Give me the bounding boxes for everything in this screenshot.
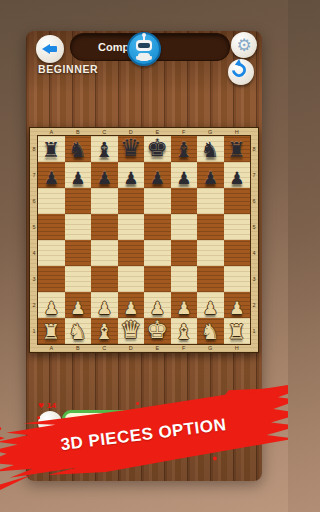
white-rook-piece: ♜ [38,321,65,343]
square-h5[interactable] [224,214,251,240]
square-g7[interactable]: ♟ [197,162,224,188]
square-e5[interactable] [144,214,171,240]
square-c8[interactable]: ♝ [91,136,118,162]
square-b3[interactable] [65,266,92,292]
black-pawn-piece: ♟ [118,169,145,187]
square-g4[interactable] [197,240,224,266]
square-e7[interactable]: ♟ [144,162,171,188]
square-a4[interactable] [38,240,65,266]
difficulty-label: BEGINNER [38,63,98,75]
square-e1[interactable]: ♚ [144,318,171,344]
file-label: A [38,344,65,352]
white-pawn-piece: ♟ [171,299,198,317]
robot-visor [138,43,150,48]
file-label: C [91,128,118,136]
square-b7[interactable]: ♟ [65,162,92,188]
file-label: D [118,344,145,352]
square-c4[interactable] [91,240,118,266]
square-d7[interactable]: ♟ [118,162,145,188]
opponent-label: Computer [71,34,177,60]
square-b8[interactable]: ♞ [65,136,92,162]
black-pawn-piece: ♟ [91,169,118,187]
board-grid: ♜♞♝♛♚♝♞♜♟♟♟♟♟♟♟♟♟♟♟♟♟♟♟♟♜♞♝♛♚♝♞♜ [38,136,250,344]
square-h6[interactable] [224,188,251,214]
white-pawn-piece: ♟ [118,299,145,317]
square-a3[interactable] [38,266,65,292]
file-label: H [224,344,251,352]
white-pawn-piece: ♟ [197,299,224,317]
square-h1[interactable]: ♜ [224,318,251,344]
file-label: C [91,344,118,352]
chess-board: ABCDEFGH ABCDEFGH 87654321 87654321 ♜♞♝♛… [29,127,259,353]
rank-label: 4 [30,240,38,266]
rank-label: 3 [250,266,258,292]
square-h3[interactable] [224,266,251,292]
white-king-piece: ♚ [144,318,171,343]
file-label: B [65,128,92,136]
square-d5[interactable] [118,214,145,240]
settings-button[interactable]: ⚙ [231,32,257,58]
square-c2[interactable]: ♟ [91,292,118,318]
rank-label: 8 [250,136,258,162]
rank-label: 6 [250,188,258,214]
file-label: G [197,128,224,136]
white-knight-piece: ♞ [65,321,92,343]
square-d1[interactable]: ♛ [118,318,145,344]
square-c7[interactable]: ♟ [91,162,118,188]
rank-label: 7 [250,162,258,188]
square-b4[interactable] [65,240,92,266]
black-queen-piece: ♛ [118,136,145,161]
square-g3[interactable] [197,266,224,292]
square-a5[interactable] [38,214,65,240]
white-knight-piece: ♞ [197,321,224,343]
rank-label: 8 [30,136,38,162]
rank-label: 5 [250,214,258,240]
square-b6[interactable] [65,188,92,214]
white-pawn-piece: ♟ [38,299,65,317]
square-g6[interactable] [197,188,224,214]
square-c6[interactable] [91,188,118,214]
file-label: B [65,344,92,352]
white-bishop-piece: ♝ [91,321,118,343]
file-label: E [144,344,171,352]
square-f5[interactable] [171,214,198,240]
square-d3[interactable] [118,266,145,292]
black-pawn-piece: ♟ [197,169,224,187]
square-f8[interactable]: ♝ [171,136,198,162]
square-e8[interactable]: ♚ [144,136,171,162]
square-b5[interactable] [65,214,92,240]
square-a2[interactable]: ♟ [38,292,65,318]
heart-icon: ♥ [38,402,44,410]
black-knight-piece: ♞ [65,139,92,161]
rank-labels-left: 87654321 [30,136,38,344]
black-bishop-piece: ♝ [171,139,198,161]
square-e3[interactable] [144,266,171,292]
back-button[interactable] [36,35,64,63]
file-label: F [171,128,198,136]
black-rook-piece: ♜ [224,139,251,161]
square-e4[interactable] [144,240,171,266]
file-label: H [224,128,251,136]
square-g8[interactable]: ♞ [197,136,224,162]
black-knight-piece: ♞ [197,139,224,161]
square-a1[interactable]: ♜ [38,318,65,344]
robot-head [136,40,152,51]
black-pawn-piece: ♟ [224,169,251,187]
reset-button[interactable] [228,59,254,85]
rank-label: 2 [250,292,258,318]
square-d2[interactable]: ♟ [118,292,145,318]
square-a7[interactable]: ♟ [38,162,65,188]
rank-label: 1 [250,318,258,344]
black-pawn-piece: ♟ [171,169,198,187]
black-pawn-piece: ♟ [65,169,92,187]
square-c5[interactable] [91,214,118,240]
reset-icon [229,60,249,80]
rank-labels-right: 87654321 [250,136,258,344]
square-g5[interactable] [197,214,224,240]
rank-label: 1 [30,318,38,344]
file-label: E [144,128,171,136]
white-pawn-piece: ♟ [91,299,118,317]
black-pawn-piece: ♟ [144,169,171,187]
square-h2[interactable]: ♟ [224,292,251,318]
white-bishop-piece: ♝ [171,321,198,343]
square-d8[interactable]: ♛ [118,136,145,162]
square-g2[interactable]: ♟ [197,292,224,318]
square-h8[interactable]: ♜ [224,136,251,162]
white-rook-piece: ♜ [224,321,251,343]
file-label: D [118,128,145,136]
square-c1[interactable]: ♝ [91,318,118,344]
square-f1[interactable]: ♝ [171,318,198,344]
square-e6[interactable] [144,188,171,214]
square-f3[interactable] [171,266,198,292]
square-d4[interactable] [118,240,145,266]
square-c3[interactable] [91,266,118,292]
white-pawn-piece: ♟ [65,299,92,317]
file-labels-top: ABCDEFGH [38,128,250,136]
square-f4[interactable] [171,240,198,266]
back-arrow-icon [42,44,50,54]
black-pawn-piece: ♟ [38,169,65,187]
square-a6[interactable] [38,188,65,214]
rank-label: 5 [30,214,38,240]
square-g1[interactable]: ♞ [197,318,224,344]
black-bishop-piece: ♝ [91,139,118,161]
file-labels-bottom: ABCDEFGH [38,344,250,352]
square-a8[interactable]: ♜ [38,136,65,162]
robot-body [138,53,150,61]
gear-icon: ⚙ [231,32,257,58]
robot-avatar-icon [127,32,161,66]
file-label: G [197,344,224,352]
square-h4[interactable] [224,240,251,266]
file-label: F [171,344,198,352]
square-b2[interactable]: ♟ [65,292,92,318]
square-f7[interactable]: ♟ [171,162,198,188]
white-pawn-piece: ♟ [144,299,171,317]
square-b1[interactable]: ♞ [65,318,92,344]
rank-label: 4 [250,240,258,266]
square-f2[interactable]: ♟ [171,292,198,318]
square-h7[interactable]: ♟ [224,162,251,188]
white-queen-piece: ♛ [118,318,145,343]
black-rook-piece: ♜ [38,139,65,161]
square-d6[interactable] [118,188,145,214]
rank-label: 3 [30,266,38,292]
square-f6[interactable] [171,188,198,214]
rank-label: 7 [30,162,38,188]
rank-label: 6 [30,188,38,214]
square-e2[interactable]: ♟ [144,292,171,318]
rank-label: 2 [30,292,38,318]
black-king-piece: ♚ [144,136,171,161]
file-label: A [38,128,65,136]
white-pawn-piece: ♟ [224,299,251,317]
